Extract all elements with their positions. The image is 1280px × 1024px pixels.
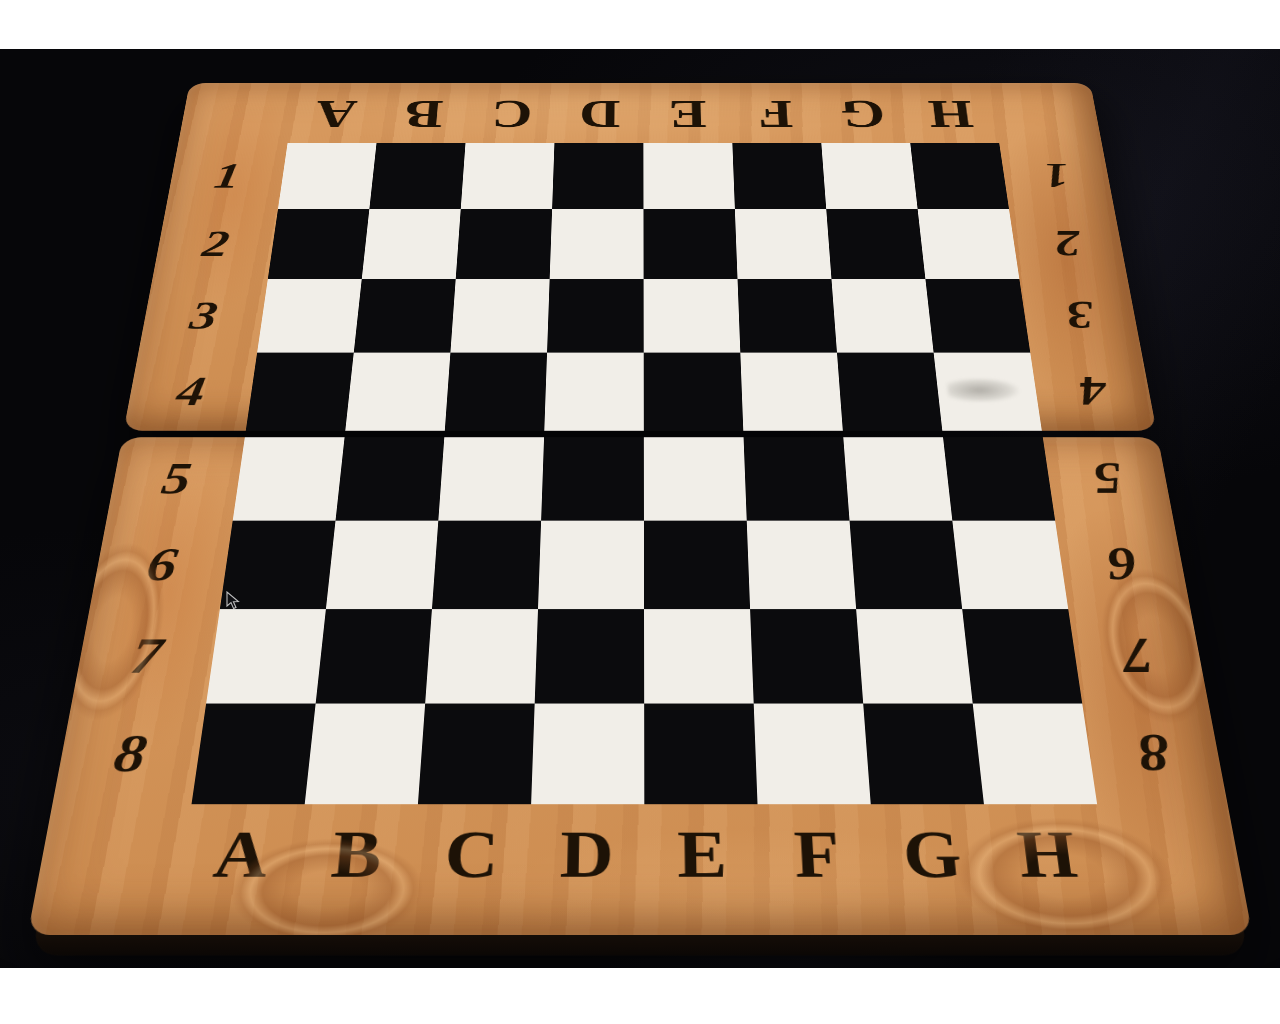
- rank-label-right-3: 3: [1019, 279, 1141, 353]
- file-label-top-a: A: [288, 83, 383, 143]
- square-d8[interactable]: [531, 704, 644, 805]
- file-label-top-e: E: [643, 83, 732, 143]
- rank-label-left-3: 3: [138, 279, 267, 353]
- square-c2[interactable]: [456, 209, 552, 279]
- square-e4[interactable]: [644, 353, 744, 431]
- rank-label-left-8: 8: [52, 704, 206, 805]
- square-c6[interactable]: [432, 521, 541, 610]
- square-g8[interactable]: [863, 704, 984, 805]
- square-f4[interactable]: [740, 353, 842, 431]
- square-d6[interactable]: [538, 521, 644, 610]
- square-a1[interactable]: [278, 143, 377, 209]
- square-c3[interactable]: [450, 279, 549, 353]
- file-label-bottom-h: H: [984, 804, 1117, 935]
- square-h6[interactable]: [952, 521, 1068, 610]
- rank-label-left-5: 5: [106, 437, 244, 520]
- square-c7[interactable]: [425, 609, 538, 703]
- square-g2[interactable]: [826, 209, 925, 279]
- rank-label-left-7: 7: [72, 609, 220, 703]
- file-label-top-h: H: [904, 83, 1000, 143]
- square-c8[interactable]: [418, 704, 535, 805]
- square-f1[interactable]: [732, 143, 826, 209]
- square-h4[interactable]: [934, 353, 1042, 431]
- file-label-bottom-g: G: [871, 804, 999, 935]
- square-d4[interactable]: [544, 353, 644, 431]
- square-g7[interactable]: [856, 609, 973, 703]
- file-label-top-g: G: [817, 83, 910, 143]
- file-label-top-d: D: [554, 83, 643, 143]
- square-e1[interactable]: [643, 143, 734, 209]
- chessboard: ABCDEFGH11223344 55667788ABCDEFGH: [28, 83, 1253, 935]
- square-f3[interactable]: [738, 279, 837, 353]
- square-b4[interactable]: [345, 353, 450, 431]
- file-label-top-c: C: [465, 83, 556, 143]
- square-g4[interactable]: [837, 353, 942, 431]
- file-label-bottom-b: B: [291, 804, 418, 935]
- square-a5[interactable]: [233, 437, 345, 520]
- border-corner: [1097, 804, 1252, 935]
- square-b2[interactable]: [362, 209, 461, 279]
- square-h3[interactable]: [925, 279, 1030, 353]
- square-g6[interactable]: [850, 521, 963, 610]
- square-a2[interactable]: [268, 209, 370, 279]
- board-lower-half: 55667788ABCDEFGH: [28, 437, 1253, 935]
- square-b8[interactable]: [305, 704, 425, 805]
- square-a8[interactable]: [191, 704, 315, 805]
- square-f5[interactable]: [744, 437, 850, 520]
- rank-label-left-4: 4: [123, 353, 257, 431]
- rank-label-right-6: 6: [1055, 521, 1190, 610]
- square-f2[interactable]: [735, 209, 832, 279]
- square-h8[interactable]: [973, 704, 1097, 805]
- square-h2[interactable]: [918, 209, 1020, 279]
- square-g1[interactable]: [821, 143, 917, 209]
- rank-label-left-1: 1: [166, 143, 288, 209]
- chessboard-photo: ABCDEFGH11223344 55667788ABCDEFGH: [0, 49, 1280, 968]
- square-g5[interactable]: [843, 437, 952, 520]
- border-corner: [28, 804, 192, 935]
- file-label-bottom-e: E: [644, 804, 762, 935]
- square-h7[interactable]: [962, 609, 1082, 703]
- square-c4[interactable]: [445, 353, 547, 431]
- square-d7[interactable]: [535, 609, 645, 703]
- square-b3[interactable]: [354, 279, 456, 353]
- rank-label-left-2: 2: [152, 209, 278, 279]
- rank-label-right-8: 8: [1082, 704, 1227, 805]
- board-upper-half: ABCDEFGH11223344: [123, 83, 1156, 431]
- square-f8[interactable]: [754, 704, 871, 805]
- square-b6[interactable]: [326, 521, 438, 610]
- rank-label-left-6: 6: [90, 521, 233, 610]
- file-label-top-b: B: [377, 83, 470, 143]
- square-c5[interactable]: [438, 437, 544, 520]
- square-b5[interactable]: [336, 437, 445, 520]
- square-a4[interactable]: [246, 353, 354, 431]
- border-corner: [178, 83, 296, 143]
- file-label-top-f: F: [730, 83, 821, 143]
- square-h1[interactable]: [910, 143, 1009, 209]
- square-e5[interactable]: [644, 437, 747, 520]
- square-e3[interactable]: [644, 279, 741, 353]
- square-d3[interactable]: [547, 279, 644, 353]
- rank-label-right-5: 5: [1043, 437, 1174, 520]
- rank-label-right-7: 7: [1068, 609, 1208, 703]
- file-label-bottom-d: D: [527, 804, 645, 935]
- square-e6[interactable]: [644, 521, 750, 610]
- file-label-bottom-c: C: [409, 804, 532, 935]
- square-a3[interactable]: [257, 279, 362, 353]
- square-b7[interactable]: [316, 609, 432, 703]
- rank-label-right-4: 4: [1030, 353, 1156, 431]
- square-d2[interactable]: [550, 209, 644, 279]
- square-e8[interactable]: [644, 704, 757, 805]
- mouse-cursor-icon: [226, 591, 242, 611]
- rank-label-right-1: 1: [999, 143, 1114, 209]
- square-g3[interactable]: [831, 279, 933, 353]
- square-b1[interactable]: [369, 143, 465, 209]
- square-f6[interactable]: [747, 521, 856, 610]
- square-e2[interactable]: [643, 209, 737, 279]
- square-c1[interactable]: [461, 143, 555, 209]
- square-h5[interactable]: [943, 437, 1055, 520]
- file-label-bottom-a: A: [173, 804, 305, 935]
- square-e7[interactable]: [644, 609, 754, 703]
- square-d5[interactable]: [541, 437, 644, 520]
- border-corner: [990, 83, 1101, 143]
- scuff-mark: [946, 379, 1020, 402]
- rank-label-right-2: 2: [1009, 209, 1128, 279]
- file-label-bottom-f: F: [758, 804, 881, 935]
- square-f7[interactable]: [750, 609, 863, 703]
- square-d1[interactable]: [552, 143, 643, 209]
- square-a7[interactable]: [206, 609, 326, 703]
